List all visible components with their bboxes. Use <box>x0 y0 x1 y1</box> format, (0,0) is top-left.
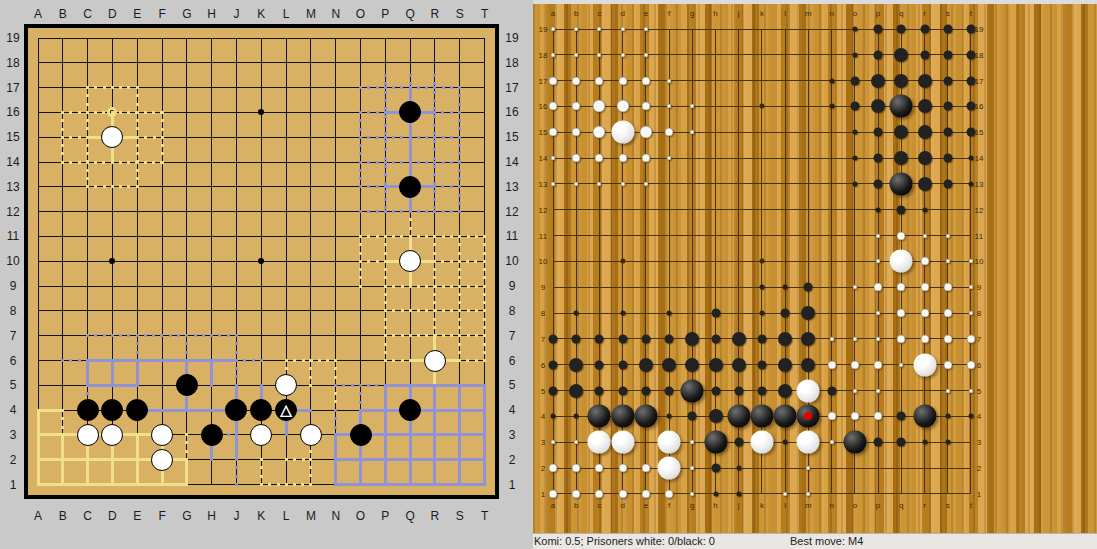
coord-label: 5 <box>977 386 981 395</box>
influence-dot-white <box>593 100 606 113</box>
status-bar: Komi: 0.5; Prisoners white: 0/black: 0 B… <box>533 533 1097 549</box>
stone-black[interactable] <box>176 374 198 396</box>
influence-dot-black <box>829 78 834 83</box>
stone-black[interactable] <box>399 399 421 421</box>
influence-dot-white <box>597 52 602 57</box>
stone-white[interactable] <box>151 424 173 446</box>
influence-dot-black <box>918 99 932 113</box>
coord-label: e <box>644 9 648 18</box>
coord-label: f <box>668 9 670 18</box>
influence-dot-black <box>871 99 885 113</box>
coord-label: 7 <box>977 334 981 343</box>
influence-dot-black <box>897 438 906 447</box>
coord-label: b <box>574 9 578 18</box>
influence-dot-white <box>827 360 836 369</box>
stone-white[interactable] <box>250 424 272 446</box>
influence-dot-white <box>829 440 834 445</box>
coord-label: 15 <box>975 128 984 137</box>
coord-label: 5 <box>541 386 545 395</box>
stone-black[interactable] <box>890 172 913 195</box>
influence-dot-white <box>643 52 648 57</box>
black-influence-dotted-line <box>359 185 387 188</box>
influence-dot-white <box>572 154 581 163</box>
black-influence-dotted-line <box>334 409 337 437</box>
influence-dot-white <box>641 76 650 85</box>
influence-dot-black <box>852 27 857 32</box>
coord-label: F <box>158 7 165 21</box>
coord-label: 9 <box>541 283 545 292</box>
stone-white[interactable] <box>797 431 820 454</box>
coord-label: n <box>829 501 833 510</box>
influence-dot-white <box>597 181 602 186</box>
stone-white[interactable] <box>101 424 123 446</box>
coord-label: 9 <box>509 279 516 293</box>
black-influence-line <box>359 409 486 412</box>
influence-dot-black <box>874 25 883 34</box>
black-influence-line <box>483 384 486 486</box>
coord-label: R <box>431 7 440 21</box>
influence-dot-white <box>968 311 973 316</box>
influence-dot-white <box>968 285 973 290</box>
stone-black[interactable] <box>101 399 123 421</box>
stone-white[interactable] <box>890 250 913 273</box>
influence-dot-white <box>943 360 952 369</box>
coord-label: a <box>551 9 555 18</box>
coord-label: r <box>923 9 926 18</box>
influence-dot-white <box>595 76 604 85</box>
influence-dot-black <box>595 334 604 343</box>
influence-dot-black <box>943 50 952 59</box>
stone-black[interactable] <box>913 405 936 428</box>
influence-dot-white <box>620 52 625 57</box>
coord-label: o <box>853 9 857 18</box>
influence-dot-white <box>551 156 556 161</box>
influence-dot-black <box>874 438 883 447</box>
influence-dot-white <box>899 362 904 367</box>
coord-label: g <box>690 501 694 510</box>
stone-black[interactable] <box>774 405 797 428</box>
coord-label: 10 <box>6 254 19 268</box>
stone-white[interactable] <box>300 424 322 446</box>
stone-black[interactable] <box>350 424 372 446</box>
black-influence-dotted-line <box>185 334 188 362</box>
coord-label: 18 <box>6 56 19 70</box>
stone-black[interactable] <box>201 424 223 446</box>
influence-dot-white <box>549 128 558 137</box>
analysis-board[interactable]: △AABBCCDDEEFFGGHHJJKKLLMMNNOOPPQQRRSSTT1… <box>0 0 533 549</box>
influence-dot-white <box>549 76 558 85</box>
influence-dot-black <box>804 283 813 292</box>
stone-white[interactable] <box>750 431 773 454</box>
stone-black[interactable] <box>250 399 272 421</box>
stone-black[interactable] <box>126 399 148 421</box>
coord-label: D <box>108 509 117 523</box>
influence-dot-black <box>595 360 604 369</box>
coord-label: p <box>876 9 880 18</box>
stone-black[interactable] <box>399 101 421 123</box>
coord-label: B <box>59 509 67 523</box>
coord-label: A <box>34 509 42 523</box>
influence-dot-black <box>732 358 746 372</box>
black-influence-dotted-line <box>359 111 387 114</box>
influence-dot-white <box>690 491 695 496</box>
influence-dot-black <box>874 50 883 59</box>
influence-dot-black <box>574 311 579 316</box>
coord-label: 11 <box>539 231 547 240</box>
coord-label: G <box>182 509 191 523</box>
stone-white[interactable] <box>611 121 634 144</box>
coord-label: 8 <box>10 304 17 318</box>
influence-dot-black <box>783 440 788 445</box>
white-influence-dotted-line <box>409 210 412 238</box>
coord-label: 11 <box>975 231 983 240</box>
coord-label: 18 <box>539 50 548 59</box>
black-influence-dotted-line <box>359 384 362 412</box>
stone-black[interactable] <box>750 405 773 428</box>
influence-dot-black <box>734 386 743 395</box>
coord-label: J <box>233 509 239 523</box>
influence-dot-white <box>897 231 906 240</box>
coord-label: S <box>456 509 464 523</box>
black-influence-dotted-line <box>359 210 461 213</box>
coord-label: S <box>456 7 464 21</box>
coord-label: 8 <box>977 309 981 318</box>
stone-white[interactable] <box>399 250 421 272</box>
coord-label: 13 <box>505 180 518 194</box>
influence-dot-white <box>897 309 906 318</box>
coord-label: 4 <box>977 412 981 421</box>
influence-dot-black <box>852 181 857 186</box>
influence-dot-black <box>852 156 857 161</box>
black-influence-line <box>458 384 461 486</box>
white-influence-line <box>37 433 164 436</box>
coord-label: c <box>597 501 601 510</box>
coord-label: p <box>876 501 880 510</box>
influence-dot-white <box>783 491 788 496</box>
influence-dot-black <box>641 334 650 343</box>
game-board[interactable]: aabbccddeeffgghhjjkkllmmnnooppqqrrsstt19… <box>533 0 1097 533</box>
coord-label: N <box>331 509 340 523</box>
black-influence-dotted-line <box>235 334 238 387</box>
coord-label: f <box>668 501 670 510</box>
black-influence-line <box>86 359 89 387</box>
influence-dot-white <box>667 78 672 83</box>
stone-white[interactable] <box>151 449 173 471</box>
coord-label: 3 <box>541 438 545 447</box>
coord-label: 17 <box>505 81 518 95</box>
influence-dot-black <box>711 386 720 395</box>
coord-label: 17 <box>975 76 984 85</box>
stone-white[interactable] <box>797 379 820 402</box>
influence-dot-white <box>874 360 883 369</box>
influence-dot-black <box>759 311 764 316</box>
black-influence-line <box>334 433 337 486</box>
black-influence-dotted-line <box>359 136 461 139</box>
coord-label: k <box>760 501 764 510</box>
white-influence-dotted-line <box>136 136 164 139</box>
influence-dot-white <box>920 283 929 292</box>
influence-dot-black <box>920 25 929 34</box>
influence-dot-black <box>827 386 836 395</box>
black-influence-dotted-line <box>235 458 238 486</box>
influence-dot-white <box>618 464 627 473</box>
game-board-panel[interactable]: aabbccddeeffgghhjjkkllmmnnooppqqrrsstt19… <box>533 0 1097 549</box>
black-influence-line <box>384 384 387 486</box>
influence-dot-white <box>922 233 927 238</box>
influence-dot-black <box>876 207 881 212</box>
coord-label: 6 <box>10 354 17 368</box>
influence-dot-white <box>641 154 650 163</box>
coord-label: P <box>381 509 389 523</box>
stone-black[interactable] <box>399 176 421 198</box>
influence-dot-white <box>806 466 811 471</box>
stone-white[interactable] <box>658 431 681 454</box>
coord-label: 10 <box>975 257 984 266</box>
influence-dot-black <box>918 177 932 191</box>
coord-label: H <box>207 509 216 523</box>
influence-dot-black <box>685 332 699 346</box>
influence-dot-black <box>874 179 883 188</box>
coord-label: 7 <box>509 329 516 343</box>
coord-label: 18 <box>505 56 518 70</box>
influence-dot-black <box>667 311 672 316</box>
influence-dot-white <box>572 489 581 498</box>
black-influence-dotted-line <box>384 74 387 213</box>
stone-black[interactable] <box>634 405 657 428</box>
coord-label: L <box>283 509 290 523</box>
coord-label: 5 <box>509 378 516 392</box>
influence-dot-white <box>551 52 556 57</box>
influence-dot-black <box>874 154 883 163</box>
black-influence-dotted-line <box>433 74 436 213</box>
stone-white[interactable] <box>913 353 936 376</box>
influence-dot-white <box>643 27 648 32</box>
black-influence-dotted-line <box>409 74 412 89</box>
coord-label: m <box>805 9 812 18</box>
influence-dot-black <box>943 154 952 163</box>
coord-label: 19 <box>6 31 19 45</box>
influence-dot-white <box>574 52 579 57</box>
influence-dot-black <box>852 52 857 57</box>
stone-black[interactable] <box>588 405 611 428</box>
coord-label: 19 <box>539 25 548 34</box>
stone-black[interactable] <box>890 95 913 118</box>
influence-dot-black <box>922 440 927 445</box>
star-point <box>759 104 764 109</box>
influence-dot-white <box>876 388 881 393</box>
influence-dot-white <box>829 336 834 341</box>
coord-label: M <box>306 7 316 21</box>
influence-dot-black <box>778 332 792 346</box>
influence-dot-black <box>943 76 952 85</box>
star-point <box>258 258 264 264</box>
influence-dot-black <box>569 358 583 372</box>
influence-dot-white <box>690 466 695 471</box>
influence-dot-white <box>897 334 906 343</box>
stone-black[interactable] <box>611 405 634 428</box>
coord-label: 1 <box>977 489 981 498</box>
coord-label: 14 <box>6 155 19 169</box>
white-influence-dotted-line <box>359 235 486 238</box>
coord-label: 16 <box>975 102 984 111</box>
go-analysis-app: △AABBCCDDEEFFGGHHJJKKLLMMNNOOPPQQRRSSTT1… <box>0 0 1097 549</box>
coord-label: l <box>784 9 786 18</box>
coord-label: h <box>713 501 717 510</box>
influence-dot-black <box>713 491 718 496</box>
coord-label: 15 <box>6 130 19 144</box>
coord-label: r <box>923 501 926 510</box>
coord-label: J <box>233 7 239 21</box>
black-influence-line <box>86 384 139 387</box>
black-influence-line <box>111 359 114 387</box>
influence-dot-white <box>643 181 648 186</box>
influence-dot-black <box>894 48 908 62</box>
coord-label: j <box>738 9 740 18</box>
influence-dot-black <box>757 386 766 395</box>
coord-label: 11 <box>7 229 19 243</box>
star-point <box>109 258 115 264</box>
stone-white[interactable] <box>275 374 297 396</box>
influence-dot-black <box>549 334 558 343</box>
black-influence-line <box>210 359 213 387</box>
influence-dot-black <box>685 358 699 372</box>
influence-dot-white <box>945 388 950 393</box>
last-move-red-marker <box>804 412 812 420</box>
influence-dot-white <box>874 283 883 292</box>
influence-dot-black <box>894 125 908 139</box>
coord-label: l <box>784 501 786 510</box>
coord-label: 7 <box>10 329 17 343</box>
influence-dot-white <box>574 181 579 186</box>
coord-label: H <box>207 7 216 21</box>
black-influence-dotted-line <box>235 359 263 362</box>
white-influence-dotted-line <box>433 235 436 337</box>
coord-label: 19 <box>505 31 518 45</box>
stone-black[interactable] <box>727 405 750 428</box>
influence-dot-black <box>549 360 558 369</box>
black-influence-line <box>359 409 362 486</box>
influence-dot-white <box>852 336 857 341</box>
analysis-board-panel[interactable]: △AABBCCDDEEFFGGHHJJKKLLMMNNOOPPQQRRSSTT1… <box>0 0 533 549</box>
stone-white[interactable] <box>588 431 611 454</box>
stone-black[interactable] <box>225 399 247 421</box>
star-point <box>620 259 625 264</box>
coord-label: 2 <box>10 453 17 467</box>
influence-dot-white <box>618 76 627 85</box>
influence-dot-black <box>759 285 764 290</box>
coord-label: T <box>481 509 488 523</box>
influence-dot-black <box>618 386 627 395</box>
coord-label: q <box>899 9 903 18</box>
influence-dot-black <box>667 414 672 419</box>
influence-dot-white <box>943 283 952 292</box>
stone-white[interactable] <box>658 457 681 480</box>
coord-label: 13 <box>539 179 548 188</box>
coord-label: K <box>257 509 265 523</box>
influence-dot-white <box>968 259 973 264</box>
white-influence-dotted-line <box>61 136 89 139</box>
stone-black[interactable] <box>77 399 99 421</box>
coord-label: 6 <box>509 354 516 368</box>
influence-dot-black <box>943 128 952 137</box>
influence-dot-black <box>894 74 908 88</box>
coord-label: E <box>133 509 141 523</box>
black-influence-line <box>86 359 238 362</box>
influence-dot-black <box>801 332 815 346</box>
coord-label: 1 <box>541 489 545 498</box>
influence-dot-black <box>922 207 927 212</box>
black-influence-line <box>433 384 436 486</box>
coord-label: 15 <box>505 130 518 144</box>
influence-dot-black <box>850 102 859 111</box>
influence-dot-white <box>551 440 556 445</box>
influence-dot-black <box>569 384 583 398</box>
stone-white[interactable] <box>611 431 634 454</box>
coord-label: t <box>970 501 972 510</box>
coord-label: Q <box>405 7 414 21</box>
influence-dot-white <box>852 285 857 290</box>
white-influence-dotted-line <box>483 235 486 362</box>
coord-label: c <box>597 9 601 18</box>
stone-black[interactable] <box>704 431 727 454</box>
stone-black[interactable] <box>681 379 704 402</box>
coord-label: O <box>356 509 365 523</box>
white-influence-line <box>37 409 40 486</box>
white-influence-line <box>185 458 188 486</box>
coord-label: C <box>83 7 92 21</box>
coord-label: B <box>59 7 67 21</box>
influence-dot-black <box>709 358 723 372</box>
stone-white[interactable] <box>101 126 123 148</box>
influence-dot-black <box>734 438 743 447</box>
influence-dot-white <box>876 336 881 341</box>
influence-dot-white <box>620 27 625 32</box>
influence-dot-black <box>665 334 674 343</box>
influence-dot-white <box>945 233 950 238</box>
stone-white[interactable] <box>424 350 446 372</box>
influence-dot-black <box>852 130 857 135</box>
influence-dot-white <box>850 360 859 369</box>
star-point <box>258 109 264 115</box>
coord-label: 17 <box>539 76 548 85</box>
coord-label: q <box>899 501 903 510</box>
influence-dot-white <box>574 27 579 32</box>
stone-white[interactable] <box>77 424 99 446</box>
coord-label: 12 <box>975 205 984 214</box>
influence-dot-white <box>874 412 883 421</box>
white-influence-dotted-line <box>61 161 163 164</box>
coord-label: 4 <box>541 412 545 421</box>
influence-dot-black <box>757 360 766 369</box>
influence-dot-white <box>943 334 952 343</box>
stone-black[interactable] <box>843 431 866 454</box>
influence-dot-black <box>736 466 741 471</box>
influence-dot-black <box>871 74 885 88</box>
coord-label: 9 <box>10 279 17 293</box>
coord-label: j <box>738 501 740 510</box>
influence-dot-white <box>667 104 672 109</box>
coord-label: 10 <box>505 254 518 268</box>
coord-label: 2 <box>977 464 981 473</box>
influence-ring-marker <box>107 107 117 117</box>
coord-label: n <box>829 9 833 18</box>
coord-label: R <box>431 509 440 523</box>
coord-label: d <box>620 501 624 510</box>
white-influence-dotted-line <box>285 458 313 461</box>
influence-dot-white <box>920 257 929 266</box>
influence-dot-black <box>778 358 792 372</box>
influence-dot-black <box>711 334 720 343</box>
